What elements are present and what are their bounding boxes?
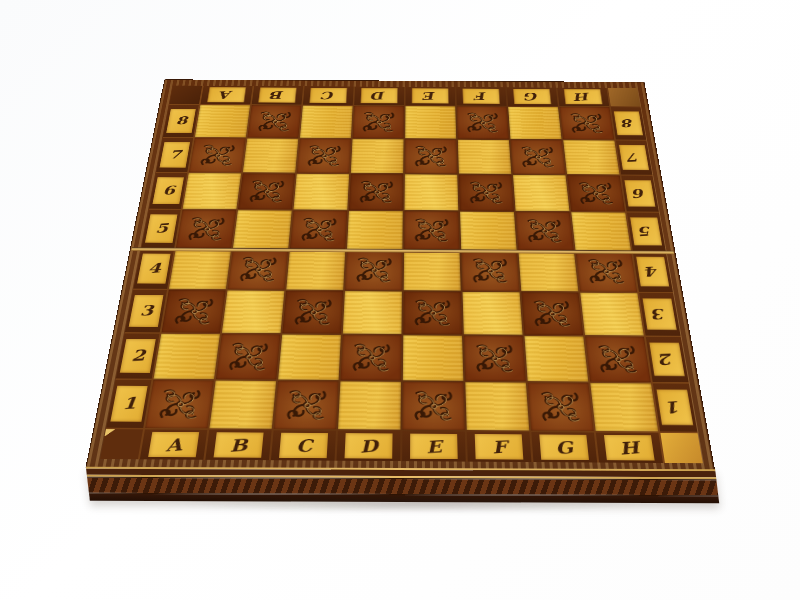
burned-ornament-icon [462,177,510,209]
burned-ornament-icon [525,295,579,333]
file-label-bottom-e: E [402,431,466,461]
square-e5 [404,211,459,249]
square-c4 [286,250,345,290]
square-h2 [585,336,651,381]
square-b8 [247,105,301,137]
rank-label-right-1: 1 [653,383,697,431]
burned-ornament-icon [349,252,399,287]
square-h4 [576,251,638,291]
corner-bottom-left [100,429,143,459]
square-d1 [338,381,401,429]
square-g8 [508,107,561,139]
square-d8 [353,106,404,138]
square-d4 [345,250,402,290]
file-label-top-g-tag: G [513,89,551,104]
square-g4 [518,251,578,291]
burned-ornament-icon [563,109,611,138]
rank-label-right-2: 2 [646,337,689,382]
file-label-top-c-tag: C [310,88,348,103]
square-e1 [402,382,464,430]
burned-ornament-icon [519,214,570,248]
file-label-bottom-f: F [467,432,532,462]
rank-label-right-7: 7 [616,141,652,175]
burned-ornament-icon [514,142,562,172]
square-a2 [154,334,220,379]
file-label-bottom-h-tag: H [604,435,654,460]
file-label-top-d: D [354,87,404,106]
square-a6 [183,173,241,209]
square-f8 [457,106,509,138]
rank-label-right-2-tag: 2 [649,343,684,377]
square-c5 [290,211,347,249]
file-label-top-d-tag: D [361,88,398,103]
burned-ornament-icon [294,213,344,247]
file-label-bottom-g: G [531,432,597,462]
burned-ornament-icon [460,108,506,137]
photo-background: ABCDEFGH8877665544332211ABCDEFGH [0,0,800,600]
rank-label-left-5-tag: 5 [145,215,177,243]
square-e6 [404,174,458,210]
square-a7 [189,138,246,172]
square-h8 [560,107,615,140]
square-b1 [209,381,276,429]
square-a5 [176,210,236,248]
square-e8 [405,106,456,138]
rank-label-left-5: 5 [141,210,180,248]
square-a1 [145,380,214,428]
burned-ornament-icon [406,385,461,428]
square-f5 [460,212,517,250]
file-label-top-c: C [303,86,354,105]
burned-ornament-icon [251,107,298,136]
burned-ornament-icon [220,337,277,377]
square-b7 [243,138,298,172]
file-label-bottom-c: C [271,430,336,460]
burned-ornament-icon [300,141,348,171]
square-f4 [461,251,519,291]
rank-label-right-6-tag: 6 [625,180,656,207]
square-a4 [169,249,231,289]
square-c2 [278,335,341,380]
square-b4 [228,249,289,289]
file-label-bottom-a: A [140,429,207,459]
square-b3 [222,290,284,333]
square-b2 [216,334,281,379]
square-d6 [349,174,403,210]
file-label-bottom-c-tag: C [279,433,327,458]
rank-label-right-6: 6 [621,176,658,212]
square-d2 [340,335,401,380]
file-label-bottom-g-tag: G [540,435,589,460]
square-h7 [563,140,619,174]
square-c1 [274,381,339,429]
burned-ornament-icon [286,293,339,331]
file-label-top-b-tag: B [258,88,296,103]
burned-ornament-icon [242,175,292,207]
square-f7 [458,140,511,174]
rank-label-right-3: 3 [639,293,680,336]
square-c7 [297,139,351,173]
square-e2 [403,335,464,380]
file-label-bottom-d-tag: D [345,433,392,458]
burned-ornament-icon [231,252,284,287]
scene: ABCDEFGH8877665544332211ABCDEFGH [0,0,800,600]
square-e4 [404,250,461,290]
cast-shadow [88,499,732,517]
file-label-top-f: F [456,87,506,106]
file-label-bottom-e-tag: E [410,434,457,459]
rank-label-right-1-tag: 1 [657,390,694,426]
file-label-top-f-tag: F [463,89,500,104]
rank-label-right-5-tag: 5 [630,217,662,245]
file-label-top-h-tag: H [564,89,603,104]
rank-label-right-4: 4 [633,252,673,292]
square-g7 [511,140,566,174]
square-f2 [464,336,526,381]
burned-ornament-icon [149,383,209,425]
square-d5 [347,211,403,249]
file-label-top-h: H [557,88,609,107]
square-f6 [459,175,514,211]
rank-label-left-7-tag: 7 [160,142,190,167]
rank-label-left-4-tag: 4 [137,254,170,284]
square-g6 [513,175,569,211]
rank-label-right-7-tag: 7 [619,145,649,170]
rank-label-right-3-tag: 3 [643,298,677,330]
burned-ornament-icon [589,339,647,379]
rank-label-left-8: 8 [163,105,199,137]
square-h3 [580,293,644,336]
burned-ornament-icon [532,385,590,428]
square-f3 [463,292,523,335]
rank-label-left-1: 1 [106,380,151,428]
burned-ornament-icon [344,338,398,378]
rank-label-left-2-tag: 2 [120,339,156,372]
square-e3 [403,292,462,335]
burned-ornament-icon [356,108,401,137]
rank-label-left-8-tag: 8 [166,109,195,133]
rank-label-left-2: 2 [116,333,160,378]
rank-label-left-3: 3 [125,290,167,333]
file-label-top-e-tag: E [412,88,449,103]
rank-label-left-7: 7 [156,138,193,172]
file-label-top-a-tag: A [207,87,246,102]
rank-label-left-6: 6 [149,173,187,209]
burned-ornament-icon [579,254,633,290]
board-front-edge [86,467,719,504]
burned-ornament-icon [467,338,521,378]
file-label-bottom-f-tag: F [475,434,523,459]
square-h1 [590,383,658,431]
square-g5 [516,212,574,250]
rank-label-right-5: 5 [627,213,666,251]
rank-label-left-4: 4 [133,249,174,289]
burned-ornament-icon [165,293,221,331]
file-label-bottom-d: D [336,431,400,461]
burned-ornament-icon [571,177,622,209]
square-b5 [233,210,292,248]
corner-top-right [608,88,640,107]
rank-label-left-1-tag: 1 [110,386,147,422]
file-label-bottom-b-tag: B [214,433,263,458]
burned-ornament-icon [180,212,233,245]
rank-label-right-4-tag: 4 [636,257,669,287]
file-label-bottom-h: H [596,433,663,463]
square-b6 [238,173,295,209]
file-label-bottom-a-tag: A [149,432,199,457]
burned-ornament-icon [278,384,335,426]
burned-ornament-icon [407,294,459,332]
square-d7 [351,139,404,173]
file-label-top-g: G [507,87,558,106]
corner-bottom-right [660,433,702,463]
file-label-top-e: E [405,87,455,106]
file-label-top-b: B [252,86,303,105]
square-e7 [405,139,457,173]
burned-ornament-icon [407,213,456,247]
burned-ornament-icon [408,141,454,171]
square-g2 [524,336,588,381]
square-g3 [521,292,583,335]
square-h6 [567,175,625,211]
file-label-bottom-b: B [205,430,271,460]
rank-label-left-3-tag: 3 [129,295,164,326]
square-d3 [343,291,402,334]
rank-label-left-6-tag: 6 [153,177,184,204]
square-c3 [282,291,343,334]
file-label-top-a: A [201,86,253,105]
rank-label-right-8-tag: 8 [614,111,643,135]
burned-ornament-icon [465,253,516,289]
burned-ornament-icon [192,140,242,170]
square-a3 [162,290,226,333]
square-g1 [528,383,594,431]
corner-top-left [170,86,203,104]
burned-ornament-icon [352,176,400,208]
square-h5 [571,212,631,250]
square-c8 [300,106,353,138]
square-c6 [294,174,350,210]
board-frame: ABCDEFGH8877665544332211ABCDEFGH [100,86,703,464]
chess-board: ABCDEFGH8877665544332211ABCDEFGH [85,79,715,472]
square-a8 [195,105,250,137]
square-f1 [465,382,529,430]
rank-label-right-8: 8 [611,107,646,139]
